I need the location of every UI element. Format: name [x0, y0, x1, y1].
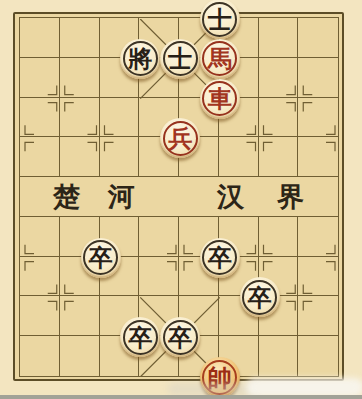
board-cell	[298, 137, 338, 177]
piece-glyph: 卒	[208, 245, 232, 270]
piece-glyph: 車	[208, 86, 232, 111]
board-cell	[20, 257, 60, 297]
board-cell	[60, 18, 100, 58]
board-cell	[60, 58, 100, 98]
board-cell	[20, 336, 60, 376]
piece-black-soldier[interactable]: 卒	[160, 317, 200, 357]
board-cell	[60, 296, 100, 336]
board-cell	[20, 18, 60, 58]
river-char: 河	[108, 184, 135, 211]
piece-black-soldier[interactable]: 卒	[120, 317, 160, 357]
river-band: 楚河 汉界	[21, 178, 339, 217]
river-char: 汉	[217, 184, 244, 211]
board-cell	[20, 217, 60, 257]
river-left-label: 楚河	[53, 178, 135, 217]
board-cell	[259, 336, 299, 376]
board-cell	[60, 137, 100, 177]
board-cell	[139, 257, 179, 297]
board-cell	[298, 257, 338, 297]
board-cell	[20, 58, 60, 98]
piece-glyph: 卒	[128, 325, 152, 350]
piece-red-soldier[interactable]: 兵	[160, 118, 200, 158]
piece-black-soldier[interactable]: 卒	[240, 277, 280, 317]
board-cell	[259, 58, 299, 98]
river-char: 界	[277, 184, 304, 211]
piece-glyph: 士	[208, 7, 232, 32]
board-cell	[298, 336, 338, 376]
river-right-label: 汉界	[217, 178, 304, 217]
piece-red-chariot[interactable]: 車	[200, 79, 240, 119]
board-cell	[60, 336, 100, 376]
board-cell	[298, 58, 338, 98]
piece-red-horse[interactable]: 馬	[200, 39, 240, 79]
board-cell	[20, 296, 60, 336]
board-cell	[20, 137, 60, 177]
piece-black-advisor[interactable]: 士	[200, 0, 240, 39]
piece-glyph: 馬	[208, 46, 232, 71]
board-cell	[100, 137, 140, 177]
board-cell	[259, 18, 299, 58]
xiangqi-app-screen: 楚河 汉界 士將士馬車兵卒卒卒卒卒帥	[0, 0, 362, 399]
piece-glyph: 士	[168, 46, 192, 71]
piece-black-general[interactable]: 將	[120, 39, 160, 79]
board-cell	[259, 137, 299, 177]
piece-black-soldier[interactable]: 卒	[200, 238, 240, 278]
board-cell	[139, 217, 179, 257]
river-char: 楚	[53, 184, 80, 211]
board-cell	[60, 98, 100, 138]
board-cell	[20, 98, 60, 138]
board-cell	[298, 217, 338, 257]
screen-edge-strip	[0, 395, 362, 399]
board-cell	[219, 137, 259, 177]
board-grid[interactable]: 楚河 汉界 士將士馬車兵卒卒卒卒卒帥	[19, 17, 339, 377]
piece-black-soldier[interactable]: 卒	[81, 238, 121, 278]
board-cell	[100, 98, 140, 138]
board-cell	[259, 98, 299, 138]
piece-glyph: 卒	[89, 245, 113, 270]
board-cell	[259, 217, 299, 257]
piece-glyph: 卒	[168, 325, 192, 350]
piece-glyph: 兵	[168, 126, 192, 151]
piece-glyph: 將	[128, 46, 152, 71]
piece-glyph: 卒	[248, 285, 272, 310]
board-cell	[298, 296, 338, 336]
piece-black-advisor[interactable]: 士	[160, 39, 200, 79]
board-cell	[298, 18, 338, 58]
board-cell	[298, 98, 338, 138]
